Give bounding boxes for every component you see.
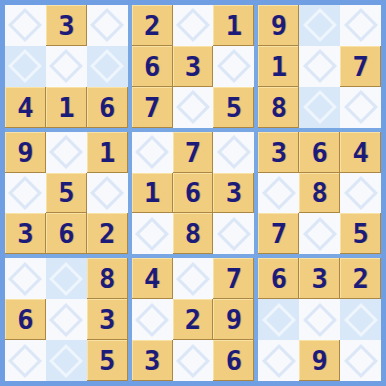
given-digit: 2	[185, 306, 201, 333]
empty-cell-diamond-icon	[262, 303, 296, 337]
empty-cell-diamond-icon	[344, 303, 378, 337]
empty-cell-diamond-icon	[344, 176, 378, 210]
given-digit: 2	[352, 265, 368, 292]
empty-cell-diamond-icon	[135, 217, 169, 251]
cell-r3c4: 7	[132, 87, 173, 128]
given-digit: 5	[58, 179, 74, 206]
given-digit: 6	[312, 139, 328, 166]
cell-r5c1[interactable]	[5, 173, 46, 214]
given-digit: 9	[226, 306, 242, 333]
cell-r1c7: 9	[258, 5, 299, 46]
empty-cell-diamond-icon	[262, 176, 296, 210]
given-digit: 6	[17, 306, 33, 333]
given-digit: 6	[185, 179, 201, 206]
cell-r3c2: 1	[46, 87, 87, 128]
cell-r5c8: 8	[299, 173, 340, 214]
given-digit: 6	[99, 94, 115, 121]
cell-r6c8[interactable]	[299, 213, 340, 254]
given-digit: 7	[271, 220, 287, 247]
empty-cell-diamond-icon	[135, 135, 169, 169]
cell-r6c4[interactable]	[132, 213, 173, 254]
empty-cell-diamond-icon	[49, 262, 83, 296]
cell-r9c5[interactable]	[173, 340, 214, 381]
given-digit: 8	[99, 265, 115, 292]
cell-r1c2: 3	[46, 5, 87, 46]
cell-r4c3: 1	[87, 132, 128, 173]
cell-r8c5: 2	[173, 299, 214, 340]
cell-r7c6: 7	[213, 258, 254, 299]
cell-r3c3: 6	[87, 87, 128, 128]
empty-cell-diamond-icon	[49, 135, 83, 169]
empty-cell-diamond-icon	[49, 49, 83, 83]
cell-r3c9[interactable]	[340, 87, 381, 128]
cell-r1c6: 1	[213, 5, 254, 46]
given-digit: 5	[226, 94, 242, 121]
empty-cell-diamond-icon	[8, 49, 42, 83]
cell-r5c9[interactable]	[340, 173, 381, 214]
given-digit: 1	[271, 53, 287, 80]
cell-r1c8[interactable]	[299, 5, 340, 46]
cell-r7c9: 2	[340, 258, 381, 299]
cell-r7c5[interactable]	[173, 258, 214, 299]
cell-r3c8[interactable]	[299, 87, 340, 128]
cell-r9c8: 9	[299, 340, 340, 381]
cell-r7c1[interactable]	[5, 258, 46, 299]
given-digit: 8	[271, 94, 287, 121]
empty-cell-diamond-icon	[303, 217, 337, 251]
given-digit: 1	[58, 94, 74, 121]
given-digit: 3	[144, 347, 160, 374]
cell-r8c1: 6	[5, 299, 46, 340]
cell-r8c6: 9	[213, 299, 254, 340]
cell-r4c9: 4	[340, 132, 381, 173]
cell-r8c9[interactable]	[340, 299, 381, 340]
given-digit: 6	[144, 53, 160, 80]
cell-r7c3: 8	[87, 258, 128, 299]
given-digit: 4	[17, 94, 33, 121]
empty-cell-diamond-icon	[303, 303, 337, 337]
empty-cell-diamond-icon	[135, 303, 169, 337]
cell-r3c7: 8	[258, 87, 299, 128]
cell-r2c6[interactable]	[213, 46, 254, 87]
cell-r3c6: 5	[213, 87, 254, 128]
given-digit: 3	[58, 12, 74, 39]
empty-cell-diamond-icon	[90, 49, 124, 83]
cell-r1c4: 2	[132, 5, 173, 46]
empty-cell-diamond-icon	[8, 8, 42, 42]
given-digit: 3	[312, 265, 328, 292]
cell-r1c3[interactable]	[87, 5, 128, 46]
cell-r6c7: 7	[258, 213, 299, 254]
cell-r9c3: 5	[87, 340, 128, 381]
given-digit: 9	[17, 139, 33, 166]
cell-r2c7: 1	[258, 46, 299, 87]
given-digit: 3	[271, 139, 287, 166]
cell-r5c4: 1	[132, 173, 173, 214]
given-digit: 1	[226, 12, 242, 39]
cell-r6c2: 6	[46, 213, 87, 254]
cell-r7c2[interactable]	[46, 258, 87, 299]
cell-r2c8[interactable]	[299, 46, 340, 87]
empty-cell-diamond-icon	[8, 344, 42, 378]
empty-cell-diamond-icon	[176, 8, 210, 42]
cell-r4c4[interactable]	[132, 132, 173, 173]
cell-r6c3: 2	[87, 213, 128, 254]
empty-cell-diamond-icon	[8, 176, 42, 210]
empty-cell-diamond-icon	[176, 344, 210, 378]
cell-r5c7[interactable]	[258, 173, 299, 214]
cell-r4c8: 6	[299, 132, 340, 173]
given-digit: 6	[226, 347, 242, 374]
empty-cell-diamond-icon	[303, 49, 337, 83]
cell-r2c4: 6	[132, 46, 173, 87]
cell-r4c1: 9	[5, 132, 46, 173]
cell-r1c5[interactable]	[173, 5, 214, 46]
given-digit: 6	[58, 220, 74, 247]
empty-cell-diamond-icon	[49, 344, 83, 378]
cell-r3c1: 4	[5, 87, 46, 128]
given-digit: 7	[226, 265, 242, 292]
cell-r1c9[interactable]	[340, 5, 381, 46]
given-digit: 6	[271, 265, 287, 292]
given-digit: 2	[144, 12, 160, 39]
cell-r4c2[interactable]	[46, 132, 87, 173]
empty-cell-diamond-icon	[176, 262, 210, 296]
cell-r7c7: 6	[258, 258, 299, 299]
cell-r1c1[interactable]	[5, 5, 46, 46]
cell-r6c1: 3	[5, 213, 46, 254]
given-digit: 3	[185, 53, 201, 80]
cell-r3c5[interactable]	[173, 87, 214, 128]
cell-r8c3: 3	[87, 299, 128, 340]
given-digit: 8	[312, 179, 328, 206]
cell-r4c6[interactable]	[213, 132, 254, 173]
given-digit: 1	[144, 179, 160, 206]
cell-r9c4: 3	[132, 340, 173, 381]
empty-cell-diamond-icon	[176, 90, 210, 124]
cell-r9c1[interactable]	[5, 340, 46, 381]
given-digit: 1	[99, 139, 115, 166]
empty-cell-diamond-icon	[8, 262, 42, 296]
given-digit: 5	[352, 220, 368, 247]
cell-r9c6: 6	[213, 340, 254, 381]
empty-cell-diamond-icon	[90, 176, 124, 210]
given-digit: 8	[185, 220, 201, 247]
cell-r8c2[interactable]	[46, 299, 87, 340]
cell-r6c9: 5	[340, 213, 381, 254]
cell-r5c5: 6	[173, 173, 214, 214]
given-digit: 7	[352, 53, 368, 80]
empty-cell-diamond-icon	[217, 217, 251, 251]
given-digit: 3	[17, 220, 33, 247]
cell-r5c3[interactable]	[87, 173, 128, 214]
cell-r6c5: 8	[173, 213, 214, 254]
cell-r9c7[interactable]	[258, 340, 299, 381]
empty-cell-diamond-icon	[303, 90, 337, 124]
empty-cell-diamond-icon	[344, 90, 378, 124]
cell-r7c4: 4	[132, 258, 173, 299]
empty-cell-diamond-icon	[344, 344, 378, 378]
given-digit: 3	[226, 179, 242, 206]
cell-r2c9: 7	[340, 46, 381, 87]
cell-r9c2[interactable]	[46, 340, 87, 381]
given-digit: 9	[271, 12, 287, 39]
cell-r5c6: 3	[213, 173, 254, 214]
given-digit: 4	[144, 265, 160, 292]
cell-r4c7: 3	[258, 132, 299, 173]
cell-r6c6[interactable]	[213, 213, 254, 254]
cell-r2c1[interactable]	[5, 46, 46, 87]
given-digit: 9	[312, 347, 328, 374]
empty-cell-diamond-icon	[303, 8, 337, 42]
given-digit: 7	[144, 94, 160, 121]
given-digit: 3	[99, 306, 115, 333]
empty-cell-diamond-icon	[262, 344, 296, 378]
given-digit: 4	[352, 139, 368, 166]
given-digit: 7	[185, 139, 201, 166]
cell-r8c4[interactable]	[132, 299, 173, 340]
given-digit: 5	[99, 347, 115, 374]
empty-cell-diamond-icon	[344, 8, 378, 42]
cell-r2c5: 3	[173, 46, 214, 87]
cell-r2c2[interactable]	[46, 46, 87, 87]
given-digit: 2	[99, 220, 115, 247]
cell-r9c9[interactable]	[340, 340, 381, 381]
empty-cell-diamond-icon	[90, 8, 124, 42]
cell-r2c3[interactable]	[87, 46, 128, 87]
empty-cell-diamond-icon	[217, 135, 251, 169]
cell-r5c2: 5	[46, 173, 87, 214]
cell-r8c8[interactable]	[299, 299, 340, 340]
cell-r8c7[interactable]	[258, 299, 299, 340]
cell-r7c8: 3	[299, 258, 340, 299]
empty-cell-diamond-icon	[217, 49, 251, 83]
cell-r4c5: 7	[173, 132, 214, 173]
empty-cell-diamond-icon	[49, 303, 83, 337]
sudoku-board: 3219631741675891736451638362875847632632…	[0, 0, 386, 386]
